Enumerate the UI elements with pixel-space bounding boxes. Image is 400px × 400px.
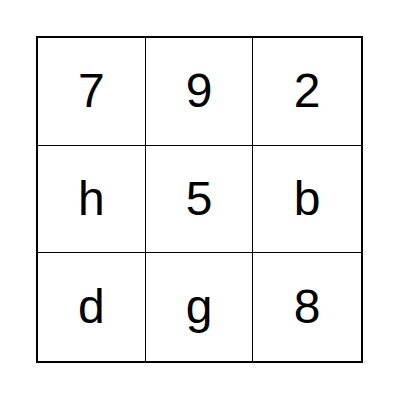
grid-cell-r2c2[interactable]: 8 [253,253,361,361]
grid-cell-r1c0[interactable]: h [38,146,146,254]
grid-cell-r1c1[interactable]: 5 [146,146,254,254]
grid-cell-r0c1[interactable]: 9 [146,38,254,146]
puzzle-stage: 7 9 2 h 5 b d g 8 [0,0,400,400]
grid-cell-r2c1[interactable]: g [146,253,254,361]
character-grid-board: 7 9 2 h 5 b d g 8 [36,36,363,363]
grid-cell-r2c0[interactable]: d [38,253,146,361]
grid-cell-r1c2[interactable]: b [253,146,361,254]
grid-cell-r0c0[interactable]: 7 [38,38,146,146]
grid-cell-r0c2[interactable]: 2 [253,38,361,146]
